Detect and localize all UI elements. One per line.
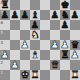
- piece-black-bishop[interactable]: ♝: [30, 10, 40, 20]
- square-g4[interactable]: ♟: [60, 40, 70, 50]
- square-a5[interactable]: 5: [0, 30, 10, 40]
- piece-white-pawn[interactable]: ♟: [50, 40, 60, 50]
- square-a1[interactable]: 1: [0, 70, 10, 80]
- square-a3[interactable]: 3♟: [0, 50, 10, 60]
- square-f6[interactable]: [50, 20, 60, 30]
- square-b1[interactable]: [10, 70, 20, 80]
- square-g2[interactable]: [60, 60, 70, 70]
- rank-label-4: 4: [1, 40, 4, 45]
- rank-label-6: 6: [1, 20, 4, 25]
- piece-black-pawn[interactable]: ♟: [50, 10, 60, 20]
- square-g8[interactable]: ♚: [60, 0, 70, 10]
- square-g6[interactable]: ♟: [60, 20, 70, 30]
- square-e1[interactable]: [40, 70, 50, 80]
- square-h2[interactable]: [70, 60, 80, 70]
- piece-white-pawn[interactable]: ♟: [70, 50, 80, 60]
- piece-black-pawn[interactable]: ♟: [10, 10, 20, 20]
- square-h1[interactable]: ♜: [70, 70, 80, 80]
- piece-black-rook[interactable]: ♜: [60, 50, 70, 60]
- square-h6[interactable]: [70, 20, 80, 30]
- square-b3[interactable]: [10, 50, 20, 60]
- piece-black-rook[interactable]: ♜: [0, 0, 10, 10]
- square-d8[interactable]: [30, 0, 40, 10]
- piece-white-pawn[interactable]: ♟: [60, 40, 70, 50]
- square-d6[interactable]: ♟: [30, 20, 40, 30]
- rank-label-1: 1: [1, 70, 4, 75]
- square-d5[interactable]: ♞: [30, 30, 40, 40]
- square-e6[interactable]: [40, 20, 50, 30]
- piece-black-pawn[interactable]: ♟: [0, 10, 10, 20]
- square-f8[interactable]: [50, 0, 60, 10]
- piece-white-queen[interactable]: ♛: [50, 60, 60, 70]
- square-c6[interactable]: [20, 20, 30, 30]
- square-f7[interactable]: ♟: [50, 10, 60, 20]
- square-g5[interactable]: [60, 30, 70, 40]
- square-g7[interactable]: ♞: [60, 10, 70, 20]
- square-c4[interactable]: ♟: [20, 40, 30, 50]
- chess-board: 8♜♚7♟♟♟♝♟♞♟6♟♟5♞4♟♟♟♛3♟♝♜♟2♟♛1♚♜♜: [0, 0, 80, 80]
- square-a7[interactable]: 7♟: [0, 10, 10, 20]
- square-a2[interactable]: 2: [0, 60, 10, 70]
- piece-white-knight[interactable]: ♞: [30, 30, 40, 40]
- piece-black-queen[interactable]: ♛: [70, 40, 80, 50]
- square-h5[interactable]: [70, 30, 80, 40]
- square-c1[interactable]: ♚: [20, 70, 30, 80]
- square-b8[interactable]: [10, 0, 20, 10]
- piece-black-king[interactable]: ♚: [60, 0, 70, 10]
- square-f5[interactable]: [50, 30, 60, 40]
- square-d2[interactable]: [30, 60, 40, 70]
- square-f4[interactable]: ♟: [50, 40, 60, 50]
- square-c5[interactable]: [20, 30, 30, 40]
- square-e2[interactable]: [40, 60, 50, 70]
- square-b5[interactable]: [10, 30, 20, 40]
- square-h7[interactable]: ♟: [70, 10, 80, 20]
- piece-black-pawn[interactable]: ♟: [30, 20, 40, 30]
- square-a8[interactable]: 8♜: [0, 0, 10, 10]
- piece-white-pawn[interactable]: ♟: [0, 50, 10, 60]
- square-e4[interactable]: [40, 40, 50, 50]
- square-e8[interactable]: [40, 0, 50, 10]
- square-g3[interactable]: ♜: [60, 50, 70, 60]
- square-b4[interactable]: [10, 40, 20, 50]
- square-e7[interactable]: [40, 10, 50, 20]
- square-h4[interactable]: ♛: [70, 40, 80, 50]
- square-c8[interactable]: [20, 0, 30, 10]
- square-h3[interactable]: ♟: [70, 50, 80, 60]
- square-g1[interactable]: [60, 70, 70, 80]
- square-c3[interactable]: [20, 50, 30, 60]
- square-d3[interactable]: ♝: [30, 50, 40, 60]
- piece-white-rook[interactable]: ♜: [70, 70, 80, 80]
- piece-black-pawn[interactable]: ♟: [20, 10, 30, 20]
- square-d7[interactable]: ♝: [30, 10, 40, 20]
- piece-white-rook[interactable]: ♜: [30, 70, 40, 80]
- square-e5[interactable]: [40, 30, 50, 40]
- square-f2[interactable]: ♛: [50, 60, 60, 70]
- square-d1[interactable]: ♜: [30, 70, 40, 80]
- square-b2[interactable]: ♟: [10, 60, 20, 70]
- square-h8[interactable]: [70, 0, 80, 10]
- square-c7[interactable]: ♟: [20, 10, 30, 20]
- piece-black-knight[interactable]: ♞: [60, 10, 70, 20]
- square-f3[interactable]: [50, 50, 60, 60]
- piece-white-pawn[interactable]: ♟: [20, 40, 30, 50]
- piece-white-king[interactable]: ♚: [20, 70, 30, 80]
- square-c2[interactable]: [20, 60, 30, 70]
- square-b7[interactable]: ♟: [10, 10, 20, 20]
- square-b6[interactable]: [10, 20, 20, 30]
- rank-label-5: 5: [1, 30, 4, 35]
- rank-label-2: 2: [1, 60, 4, 65]
- square-f1[interactable]: [50, 70, 60, 80]
- piece-white-pawn[interactable]: ♟: [10, 60, 20, 70]
- square-a4[interactable]: 4: [0, 40, 10, 50]
- square-e3[interactable]: [40, 50, 50, 60]
- piece-black-pawn[interactable]: ♟: [70, 10, 80, 20]
- square-d4[interactable]: [30, 40, 40, 50]
- piece-white-bishop[interactable]: ♝: [30, 50, 40, 60]
- piece-black-pawn[interactable]: ♟: [60, 20, 70, 30]
- square-a6[interactable]: 6: [0, 20, 10, 30]
